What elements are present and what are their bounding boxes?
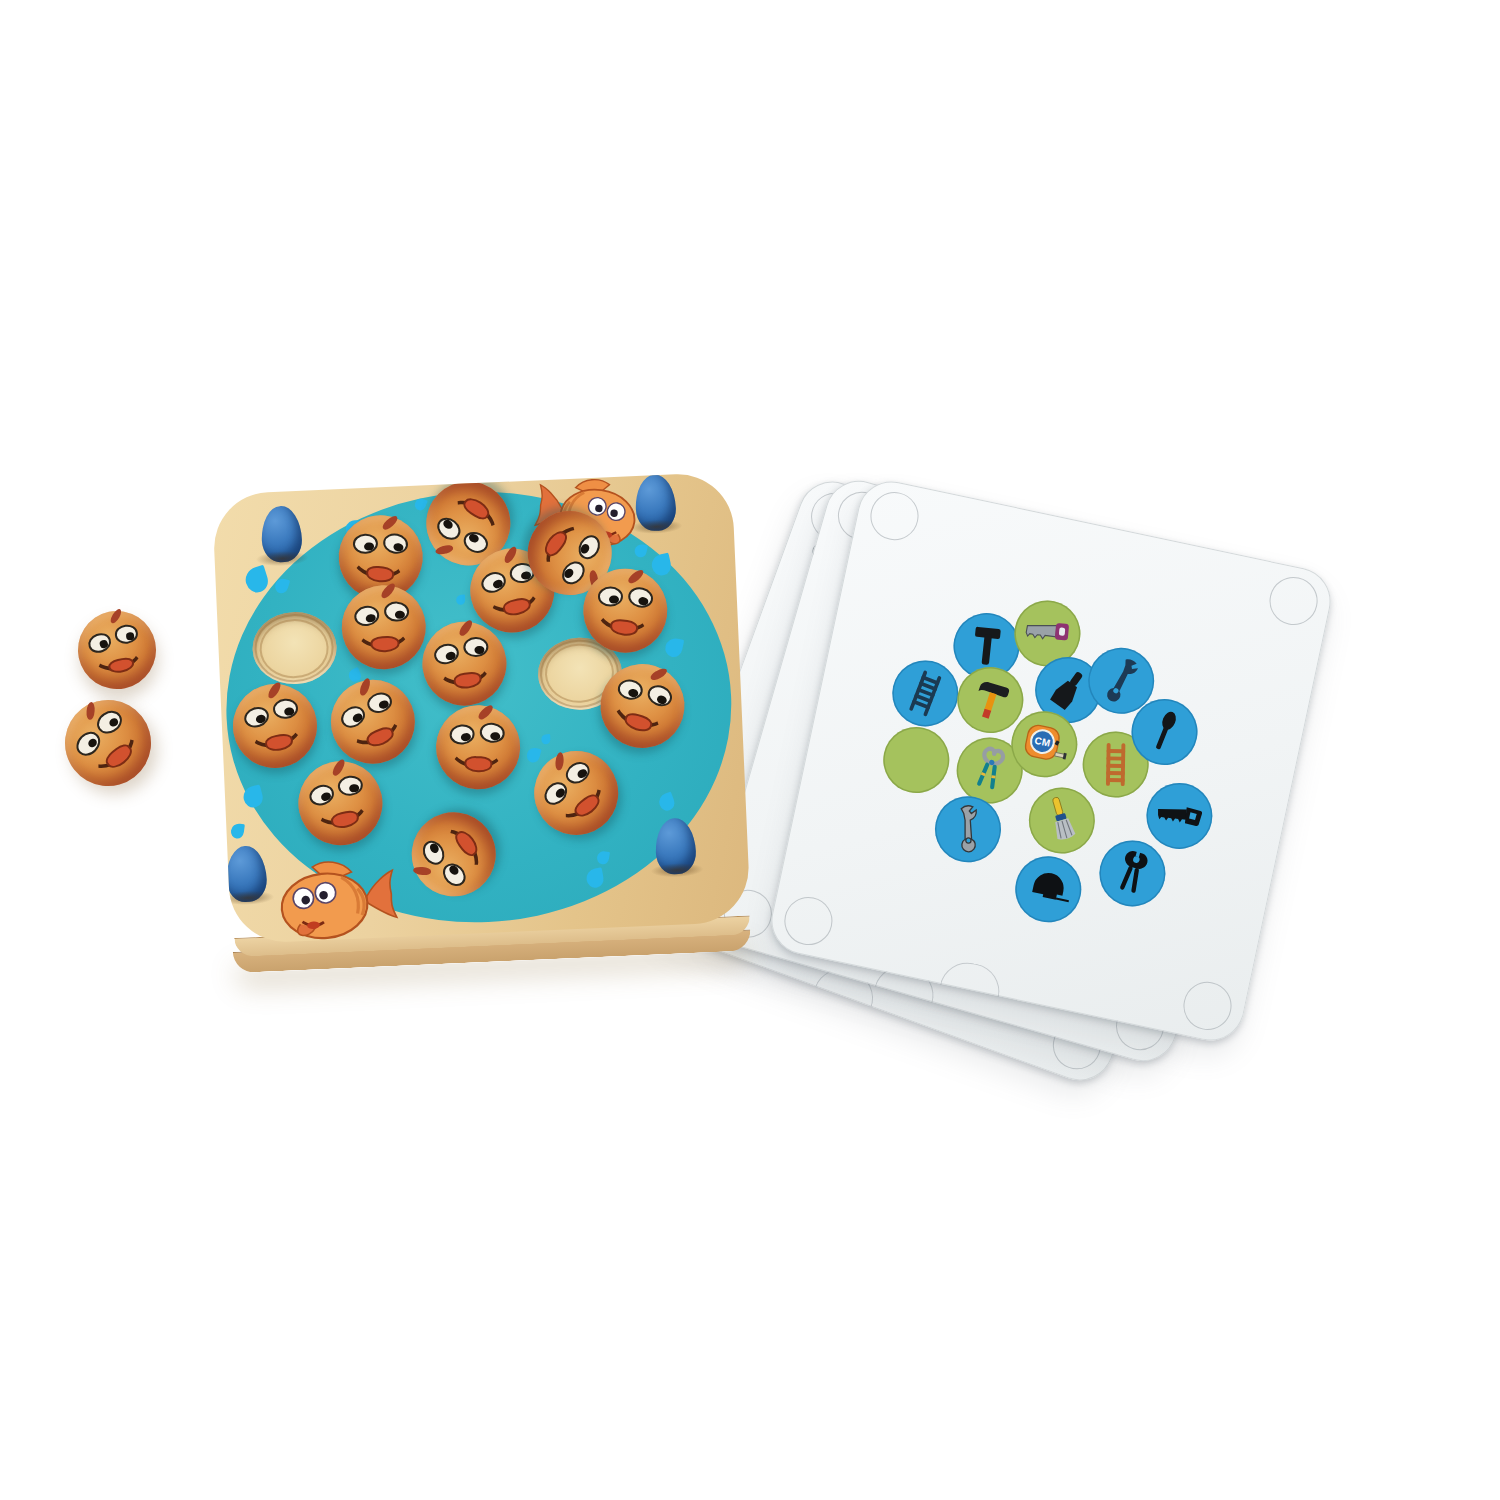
loose-pieces-area <box>0 0 1500 1500</box>
fish-fin-icon <box>109 608 123 626</box>
fish-piece[interactable] <box>71 604 164 697</box>
fish-fin-icon <box>86 701 95 720</box>
fish-smile-icon <box>72 709 143 778</box>
fish-piece[interactable] <box>48 683 169 804</box>
product-photo-stage: CM <box>0 0 1500 1500</box>
